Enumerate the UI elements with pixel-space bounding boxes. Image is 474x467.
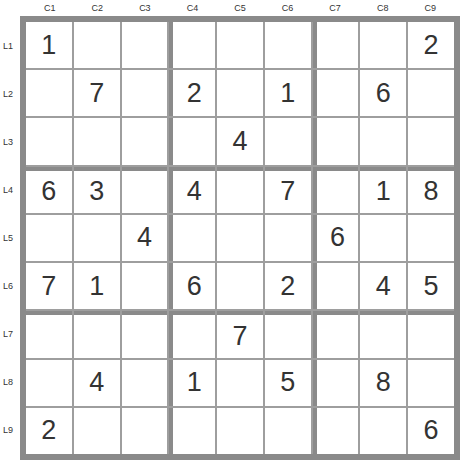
cell-l5c1[interactable]	[26, 215, 72, 261]
cell-l6c9[interactable]: 5	[408, 263, 454, 309]
cell-l3c8[interactable]	[360, 118, 406, 164]
cell-l3c3[interactable]	[122, 118, 168, 164]
cell-l3c7[interactable]	[313, 118, 359, 164]
cell-l3c1[interactable]	[26, 118, 72, 164]
column-label-c3: C3	[121, 1, 169, 15]
cell-l7c9[interactable]	[408, 311, 454, 357]
cell-l2c4[interactable]: 2	[169, 70, 215, 116]
row-label-l9: L9	[0, 406, 20, 454]
cell-l2c7[interactable]	[313, 70, 359, 116]
cell-l7c6[interactable]	[265, 311, 311, 357]
cell-l9c9[interactable]: 6	[408, 408, 454, 454]
cell-l4c2[interactable]: 3	[74, 167, 120, 213]
column-label-c4: C4	[169, 1, 217, 15]
cell-l9c3[interactable]	[122, 408, 168, 454]
cell-l2c3[interactable]	[122, 70, 168, 116]
cell-l5c5[interactable]	[217, 215, 263, 261]
cell-l6c8[interactable]: 4	[360, 263, 406, 309]
column-label-c7: C7	[311, 1, 359, 15]
cell-l9c7[interactable]	[313, 408, 359, 454]
column-label-c2: C2	[74, 1, 122, 15]
row-label-l8: L8	[0, 358, 20, 406]
cell-l5c3[interactable]: 4	[122, 215, 168, 261]
cell-l3c9[interactable]	[408, 118, 454, 164]
cell-l1c2[interactable]	[74, 22, 120, 68]
row-label-l6: L6	[0, 262, 20, 310]
cell-l6c5[interactable]	[217, 263, 263, 309]
cell-l6c1[interactable]: 7	[26, 263, 72, 309]
cell-l7c1[interactable]	[26, 311, 72, 357]
cell-l4c6[interactable]: 7	[265, 167, 311, 213]
cell-l5c9[interactable]	[408, 215, 454, 261]
cell-l1c1[interactable]: 1	[26, 22, 72, 68]
row-label-l4: L4	[0, 166, 20, 214]
cell-l5c6[interactable]	[265, 215, 311, 261]
cell-l8c4[interactable]: 1	[169, 360, 215, 406]
cell-l4c4[interactable]: 4	[169, 167, 215, 213]
cell-l7c5[interactable]: 7	[217, 311, 263, 357]
cell-l8c8[interactable]: 8	[360, 360, 406, 406]
row-label-l3: L3	[0, 118, 20, 166]
cell-l8c9[interactable]	[408, 360, 454, 406]
cell-l7c2[interactable]	[74, 311, 120, 357]
row-label-l2: L2	[0, 70, 20, 118]
cell-l1c3[interactable]	[122, 22, 168, 68]
cell-l4c5[interactable]	[217, 167, 263, 213]
cell-l2c5[interactable]	[217, 70, 263, 116]
cell-l3c5[interactable]: 4	[217, 118, 263, 164]
cell-l9c1[interactable]: 2	[26, 408, 72, 454]
cell-l2c6[interactable]: 1	[265, 70, 311, 116]
sudoku-app: C1C2C3C4C5C6C7C8C9 L1L2L3L4L5L6L7L8L9 12…	[0, 0, 474, 467]
row-label-l1: L1	[0, 22, 20, 70]
cell-l6c7[interactable]	[313, 263, 359, 309]
cell-l3c2[interactable]	[74, 118, 120, 164]
cell-l5c7[interactable]: 6	[313, 215, 359, 261]
cell-l9c6[interactable]	[265, 408, 311, 454]
sudoku-board: 1272164634718467162457415826	[20, 16, 460, 460]
cell-l1c7[interactable]	[313, 22, 359, 68]
cell-l1c6[interactable]	[265, 22, 311, 68]
cell-l1c5[interactable]	[217, 22, 263, 68]
cell-l6c4[interactable]: 6	[169, 263, 215, 309]
column-labels: C1C2C3C4C5C6C7C8C9	[20, 1, 460, 15]
cell-l7c8[interactable]	[360, 311, 406, 357]
cell-l5c4[interactable]	[169, 215, 215, 261]
cell-l8c3[interactable]	[122, 360, 168, 406]
cell-l1c8[interactable]	[360, 22, 406, 68]
cell-l2c1[interactable]	[26, 70, 72, 116]
cell-l2c8[interactable]: 6	[360, 70, 406, 116]
cell-l8c5[interactable]	[217, 360, 263, 406]
cell-l7c7[interactable]	[313, 311, 359, 357]
cell-l7c3[interactable]	[122, 311, 168, 357]
cell-l4c3[interactable]	[122, 167, 168, 213]
cell-l6c2[interactable]: 1	[74, 263, 120, 309]
cell-l8c6[interactable]: 5	[265, 360, 311, 406]
column-label-c5: C5	[216, 1, 264, 15]
cell-l9c5[interactable]	[217, 408, 263, 454]
cell-l4c1[interactable]: 6	[26, 167, 72, 213]
row-labels: L1L2L3L4L5L6L7L8L9	[0, 16, 20, 460]
cell-l1c4[interactable]	[169, 22, 215, 68]
cell-l3c6[interactable]	[265, 118, 311, 164]
cell-l8c7[interactable]	[313, 360, 359, 406]
cell-l6c6[interactable]: 2	[265, 263, 311, 309]
column-label-c9: C9	[406, 1, 454, 15]
cell-l9c8[interactable]	[360, 408, 406, 454]
row-label-l5: L5	[0, 214, 20, 262]
cell-l4c8[interactable]: 1	[360, 167, 406, 213]
cell-l7c4[interactable]	[169, 311, 215, 357]
row-label-l7: L7	[0, 310, 20, 358]
cell-l4c7[interactable]	[313, 167, 359, 213]
cell-l2c9[interactable]	[408, 70, 454, 116]
cell-l8c2[interactable]: 4	[74, 360, 120, 406]
cell-l1c9[interactable]: 2	[408, 22, 454, 68]
cell-l3c4[interactable]	[169, 118, 215, 164]
cell-l9c4[interactable]	[169, 408, 215, 454]
column-label-c6: C6	[264, 1, 312, 15]
cell-l6c3[interactable]	[122, 263, 168, 309]
cell-l2c2[interactable]: 7	[74, 70, 120, 116]
column-label-c8: C8	[359, 1, 407, 15]
cell-l5c8[interactable]	[360, 215, 406, 261]
cell-l9c2[interactable]	[74, 408, 120, 454]
cell-l5c2[interactable]	[74, 215, 120, 261]
cell-l8c1[interactable]	[26, 360, 72, 406]
cell-l4c9[interactable]: 8	[408, 167, 454, 213]
column-label-c1: C1	[26, 1, 74, 15]
